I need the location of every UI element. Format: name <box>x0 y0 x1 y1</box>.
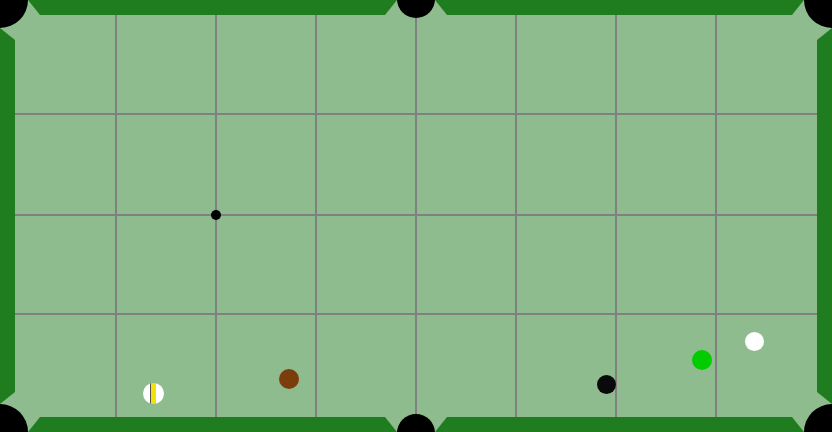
grid-line-horizontal-1 <box>15 113 817 115</box>
grid-line-vertical-1 <box>115 15 117 417</box>
grid-line-vertical-3 <box>315 15 317 417</box>
pool-table[interactable] <box>0 0 832 432</box>
grid-line-horizontal-2 <box>15 214 817 216</box>
green-ball[interactable] <box>692 350 712 370</box>
pocket-top-right <box>804 0 832 28</box>
grid-line-vertical-6 <box>615 15 617 417</box>
pocket-top-middle <box>397 0 435 18</box>
grid-line-horizontal-3 <box>15 313 817 315</box>
grid-line-vertical-4 <box>415 15 417 417</box>
pocket-bottom-left <box>0 404 28 432</box>
pocket-bottom-middle <box>397 414 435 432</box>
cue-ball[interactable] <box>745 332 764 351</box>
head-spot <box>211 210 221 220</box>
brown-ball[interactable] <box>279 369 299 389</box>
yellow-stripe-ball[interactable] <box>143 383 164 404</box>
grid-line-vertical-7 <box>715 15 717 417</box>
grid-line-vertical-5 <box>515 15 517 417</box>
pocket-bottom-right <box>804 404 832 432</box>
black-ball[interactable] <box>597 375 616 394</box>
pocket-top-left <box>0 0 28 28</box>
